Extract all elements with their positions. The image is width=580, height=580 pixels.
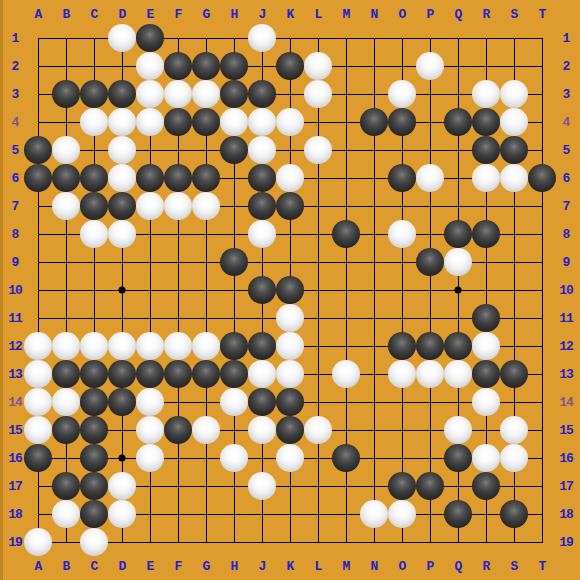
white-stone-E3[interactable] xyxy=(136,80,164,108)
black-stone-P12[interactable] xyxy=(416,332,444,360)
black-stone-F13[interactable] xyxy=(164,360,192,388)
star-point xyxy=(455,287,462,294)
white-stone-D18[interactable] xyxy=(108,500,136,528)
white-stone-A12[interactable] xyxy=(24,332,52,360)
black-stone-R11[interactable] xyxy=(472,304,500,332)
black-stone-P9[interactable] xyxy=(416,248,444,276)
white-stone-J8[interactable] xyxy=(248,220,276,248)
black-stone-J7[interactable] xyxy=(248,192,276,220)
black-stone-H2[interactable] xyxy=(220,52,248,80)
white-stone-J4[interactable] xyxy=(248,108,276,136)
white-stone-E15[interactable] xyxy=(136,416,164,444)
white-stone-B18[interactable] xyxy=(52,500,80,528)
black-stone-H12[interactable] xyxy=(220,332,248,360)
coord-label-top: H xyxy=(231,7,238,22)
white-stone-K13[interactable] xyxy=(276,360,304,388)
black-stone-S5[interactable] xyxy=(500,136,528,164)
coord-label-right: 14 xyxy=(559,395,573,410)
black-stone-D13[interactable] xyxy=(108,360,136,388)
white-stone-H4[interactable] xyxy=(220,108,248,136)
coord-label-bottom: C xyxy=(91,559,98,574)
white-stone-K11[interactable] xyxy=(276,304,304,332)
coord-label-bottom: K xyxy=(287,559,294,574)
white-stone-B12[interactable] xyxy=(52,332,80,360)
coord-label-left: 18 xyxy=(8,507,22,522)
star-point xyxy=(119,455,126,462)
black-stone-J14[interactable] xyxy=(248,388,276,416)
black-stone-C7[interactable] xyxy=(80,192,108,220)
black-stone-N4[interactable] xyxy=(360,108,388,136)
black-stone-S13[interactable] xyxy=(500,360,528,388)
white-stone-R14[interactable] xyxy=(472,388,500,416)
coord-label-bottom: J xyxy=(259,559,266,574)
black-stone-B13[interactable] xyxy=(52,360,80,388)
coord-label-left: 14 xyxy=(8,395,22,410)
coord-label-top: Q xyxy=(455,7,462,22)
coord-label-left: 6 xyxy=(12,171,19,186)
white-stone-K6[interactable] xyxy=(276,164,304,192)
black-stone-H9[interactable] xyxy=(220,248,248,276)
coord-label-top: N xyxy=(371,7,378,22)
coord-label-bottom: H xyxy=(231,559,238,574)
black-stone-K7[interactable] xyxy=(276,192,304,220)
white-stone-J5[interactable] xyxy=(248,136,276,164)
white-stone-K16[interactable] xyxy=(276,444,304,472)
coord-label-right: 2 xyxy=(563,59,570,74)
go-board[interactable]: AABBCCDDEEFFGGHHJJKKLLMMNNOOPPQQRRSSTT11… xyxy=(0,0,580,580)
coord-label-bottom: G xyxy=(203,559,210,574)
coord-label-right: 7 xyxy=(563,199,570,214)
black-stone-G4[interactable] xyxy=(192,108,220,136)
coord-label-left: 2 xyxy=(12,59,19,74)
coord-label-left: 4 xyxy=(12,115,19,130)
coord-label-bottom: M xyxy=(343,559,350,574)
coord-label-left: 16 xyxy=(8,451,22,466)
white-stone-D5[interactable] xyxy=(108,136,136,164)
white-stone-D17[interactable] xyxy=(108,472,136,500)
coord-label-right: 1 xyxy=(563,31,570,46)
black-stone-T6[interactable] xyxy=(528,164,556,192)
white-stone-G3[interactable] xyxy=(192,80,220,108)
coord-label-bottom: E xyxy=(147,559,154,574)
coord-label-top: R xyxy=(483,7,490,22)
black-stone-Q16[interactable] xyxy=(444,444,472,472)
black-stone-J3[interactable] xyxy=(248,80,276,108)
black-stone-C18[interactable] xyxy=(80,500,108,528)
white-stone-G7[interactable] xyxy=(192,192,220,220)
coord-label-left: 17 xyxy=(8,479,22,494)
white-stone-B14[interactable] xyxy=(52,388,80,416)
coord-label-top: M xyxy=(343,7,350,22)
black-stone-K2[interactable] xyxy=(276,52,304,80)
black-stone-D14[interactable] xyxy=(108,388,136,416)
white-stone-J17[interactable] xyxy=(248,472,276,500)
coord-label-bottom: Q xyxy=(455,559,462,574)
white-stone-E16[interactable] xyxy=(136,444,164,472)
black-stone-H13[interactable] xyxy=(220,360,248,388)
black-stone-E13[interactable] xyxy=(136,360,164,388)
black-stone-S18[interactable] xyxy=(500,500,528,528)
coord-label-right: 4 xyxy=(563,115,570,130)
black-stone-B3[interactable] xyxy=(52,80,80,108)
black-stone-D7[interactable] xyxy=(108,192,136,220)
black-stone-O4[interactable] xyxy=(388,108,416,136)
coord-label-top: J xyxy=(259,7,266,22)
coord-label-left: 9 xyxy=(12,255,19,270)
coord-label-left: 1 xyxy=(12,31,19,46)
coord-label-right: 15 xyxy=(559,423,573,438)
coord-label-left: 8 xyxy=(12,227,19,242)
white-stone-P13[interactable] xyxy=(416,360,444,388)
black-stone-Q8[interactable] xyxy=(444,220,472,248)
black-stone-C15[interactable] xyxy=(80,416,108,444)
coord-label-top: O xyxy=(399,7,406,22)
white-stone-H16[interactable] xyxy=(220,444,248,472)
black-stone-Q12[interactable] xyxy=(444,332,472,360)
black-stone-J6[interactable] xyxy=(248,164,276,192)
white-stone-A14[interactable] xyxy=(24,388,52,416)
black-stone-C14[interactable] xyxy=(80,388,108,416)
black-stone-C16[interactable] xyxy=(80,444,108,472)
black-stone-O12[interactable] xyxy=(388,332,416,360)
black-stone-R5[interactable] xyxy=(472,136,500,164)
coord-label-left: 7 xyxy=(12,199,19,214)
black-stone-E1[interactable] xyxy=(136,24,164,52)
white-stone-O3[interactable] xyxy=(388,80,416,108)
white-stone-D4[interactable] xyxy=(108,108,136,136)
coord-label-bottom: P xyxy=(427,559,434,574)
coord-label-left: 3 xyxy=(12,87,19,102)
black-stone-H5[interactable] xyxy=(220,136,248,164)
white-stone-C8[interactable] xyxy=(80,220,108,248)
black-stone-R13[interactable] xyxy=(472,360,500,388)
black-stone-A5[interactable] xyxy=(24,136,52,164)
white-stone-O8[interactable] xyxy=(388,220,416,248)
white-stone-F3[interactable] xyxy=(164,80,192,108)
black-stone-J10[interactable] xyxy=(248,276,276,304)
white-stone-D8[interactable] xyxy=(108,220,136,248)
coord-label-bottom: L xyxy=(315,559,322,574)
coord-label-right: 6 xyxy=(563,171,570,186)
coord-label-top: C xyxy=(91,7,98,22)
black-stone-C13[interactable] xyxy=(80,360,108,388)
white-stone-J13[interactable] xyxy=(248,360,276,388)
black-stone-O17[interactable] xyxy=(388,472,416,500)
white-stone-J15[interactable] xyxy=(248,416,276,444)
white-stone-K4[interactable] xyxy=(276,108,304,136)
black-stone-F2[interactable] xyxy=(164,52,192,80)
black-stone-K15[interactable] xyxy=(276,416,304,444)
coord-label-bottom: A xyxy=(35,559,42,574)
grid-line-vertical xyxy=(430,38,431,543)
white-stone-S6[interactable] xyxy=(500,164,528,192)
coord-label-bottom: B xyxy=(63,559,70,574)
white-stone-E2[interactable] xyxy=(136,52,164,80)
black-stone-K14[interactable] xyxy=(276,388,304,416)
white-stone-S4[interactable] xyxy=(500,108,528,136)
black-stone-R17[interactable] xyxy=(472,472,500,500)
white-stone-L2[interactable] xyxy=(304,52,332,80)
coord-label-right: 18 xyxy=(559,507,573,522)
coord-label-top: K xyxy=(287,7,294,22)
coord-label-top: P xyxy=(427,7,434,22)
black-stone-P17[interactable] xyxy=(416,472,444,500)
coord-label-top: E xyxy=(147,7,154,22)
white-stone-Q15[interactable] xyxy=(444,416,472,444)
coord-label-top: T xyxy=(539,7,546,22)
coord-label-left: 13 xyxy=(8,367,22,382)
white-stone-P6[interactable] xyxy=(416,164,444,192)
coord-label-right: 9 xyxy=(563,255,570,270)
white-stone-J1[interactable] xyxy=(248,24,276,52)
white-stone-L3[interactable] xyxy=(304,80,332,108)
coord-label-top: B xyxy=(63,7,70,22)
white-stone-E14[interactable] xyxy=(136,388,164,416)
black-stone-Q4[interactable] xyxy=(444,108,472,136)
black-stone-B15[interactable] xyxy=(52,416,80,444)
white-stone-K12[interactable] xyxy=(276,332,304,360)
white-stone-P2[interactable] xyxy=(416,52,444,80)
white-stone-O18[interactable] xyxy=(388,500,416,528)
white-stone-N18[interactable] xyxy=(360,500,388,528)
coord-label-right: 3 xyxy=(563,87,570,102)
white-stone-E4[interactable] xyxy=(136,108,164,136)
black-stone-C17[interactable] xyxy=(80,472,108,500)
white-stone-G12[interactable] xyxy=(192,332,220,360)
black-stone-J12[interactable] xyxy=(248,332,276,360)
white-stone-B5[interactable] xyxy=(52,136,80,164)
black-stone-G13[interactable] xyxy=(192,360,220,388)
black-stone-C6[interactable] xyxy=(80,164,108,192)
coord-label-bottom: N xyxy=(371,559,378,574)
coord-label-left: 12 xyxy=(8,339,22,354)
white-stone-A13[interactable] xyxy=(24,360,52,388)
white-stone-R12[interactable] xyxy=(472,332,500,360)
black-stone-B6[interactable] xyxy=(52,164,80,192)
black-stone-Q18[interactable] xyxy=(444,500,472,528)
coord-label-top: D xyxy=(119,7,126,22)
white-stone-M13[interactable] xyxy=(332,360,360,388)
white-stone-F7[interactable] xyxy=(164,192,192,220)
black-stone-C3[interactable] xyxy=(80,80,108,108)
black-stone-E6[interactable] xyxy=(136,164,164,192)
white-stone-G15[interactable] xyxy=(192,416,220,444)
coord-label-top: A xyxy=(35,7,42,22)
white-stone-D1[interactable] xyxy=(108,24,136,52)
grid-line-vertical xyxy=(318,38,319,543)
white-stone-A19[interactable] xyxy=(24,528,52,556)
black-stone-H3[interactable] xyxy=(220,80,248,108)
coord-label-right: 16 xyxy=(559,451,573,466)
white-stone-E12[interactable] xyxy=(136,332,164,360)
white-stone-F12[interactable] xyxy=(164,332,192,360)
white-stone-R6[interactable] xyxy=(472,164,500,192)
coord-label-right: 13 xyxy=(559,367,573,382)
black-stone-A16[interactable] xyxy=(24,444,52,472)
coord-label-right: 8 xyxy=(563,227,570,242)
coord-label-right: 10 xyxy=(559,283,573,298)
black-stone-G6[interactable] xyxy=(192,164,220,192)
coord-label-top: G xyxy=(203,7,210,22)
black-stone-K10[interactable] xyxy=(276,276,304,304)
white-stone-Q13[interactable] xyxy=(444,360,472,388)
black-stone-M16[interactable] xyxy=(332,444,360,472)
black-stone-F4[interactable] xyxy=(164,108,192,136)
board-edge-shade xyxy=(0,0,3,580)
black-stone-B17[interactable] xyxy=(52,472,80,500)
black-stone-G2[interactable] xyxy=(192,52,220,80)
black-stone-A6[interactable] xyxy=(24,164,52,192)
coord-label-right: 11 xyxy=(559,311,573,326)
white-stone-L5[interactable] xyxy=(304,136,332,164)
coord-label-bottom: S xyxy=(511,559,518,574)
black-stone-R8[interactable] xyxy=(472,220,500,248)
white-stone-D12[interactable] xyxy=(108,332,136,360)
coord-label-top: L xyxy=(315,7,322,22)
white-stone-H14[interactable] xyxy=(220,388,248,416)
white-stone-R16[interactable] xyxy=(472,444,500,472)
white-stone-C19[interactable] xyxy=(80,528,108,556)
grid-line-horizontal xyxy=(38,542,543,543)
white-stone-S3[interactable] xyxy=(500,80,528,108)
white-stone-Q9[interactable] xyxy=(444,248,472,276)
white-stone-L15[interactable] xyxy=(304,416,332,444)
white-stone-C4[interactable] xyxy=(80,108,108,136)
coord-label-right: 17 xyxy=(559,479,573,494)
coord-label-bottom: R xyxy=(483,559,490,574)
coord-label-bottom: D xyxy=(119,559,126,574)
white-stone-R3[interactable] xyxy=(472,80,500,108)
coord-label-left: 11 xyxy=(8,311,22,326)
black-stone-M8[interactable] xyxy=(332,220,360,248)
black-stone-D3[interactable] xyxy=(108,80,136,108)
white-stone-A15[interactable] xyxy=(24,416,52,444)
coord-label-bottom: O xyxy=(399,559,406,574)
black-stone-F15[interactable] xyxy=(164,416,192,444)
white-stone-S15[interactable] xyxy=(500,416,528,444)
white-stone-D6[interactable] xyxy=(108,164,136,192)
black-stone-F6[interactable] xyxy=(164,164,192,192)
star-point xyxy=(119,287,126,294)
coord-label-left: 19 xyxy=(8,535,22,550)
white-stone-O13[interactable] xyxy=(388,360,416,388)
coord-label-bottom: T xyxy=(539,559,546,574)
coord-label-bottom: F xyxy=(175,559,182,574)
coord-label-right: 19 xyxy=(559,535,573,550)
coord-label-left: 15 xyxy=(8,423,22,438)
white-stone-C12[interactable] xyxy=(80,332,108,360)
coord-label-left: 10 xyxy=(8,283,22,298)
black-stone-O6[interactable] xyxy=(388,164,416,192)
coord-label-right: 5 xyxy=(563,143,570,158)
grid-line-vertical xyxy=(542,38,543,543)
coord-label-top: S xyxy=(511,7,518,22)
coord-label-right: 12 xyxy=(559,339,573,354)
coord-label-left: 5 xyxy=(12,143,19,158)
white-stone-E7[interactable] xyxy=(136,192,164,220)
black-stone-R4[interactable] xyxy=(472,108,500,136)
coord-label-top: F xyxy=(175,7,182,22)
white-stone-S16[interactable] xyxy=(500,444,528,472)
white-stone-B7[interactable] xyxy=(52,192,80,220)
